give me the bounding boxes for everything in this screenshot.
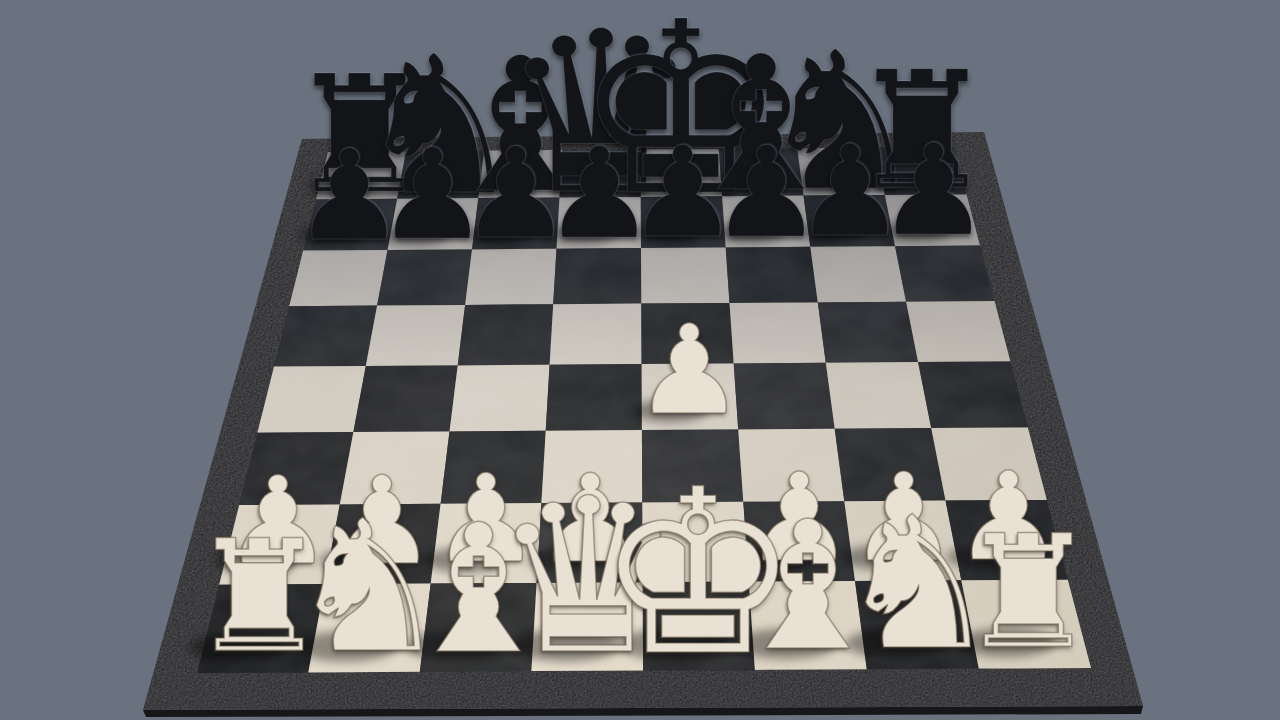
square-b4[interactable] xyxy=(353,365,457,432)
square-c5[interactable] xyxy=(458,304,554,365)
square-d5[interactable] xyxy=(550,304,642,365)
chess-scene: ♜♞♝♛♚♝♞♜♟♟♟♟♟♟♟♟♟♟♟♟♟♟♟♟♜♞♝♛♚♝♞♜ xyxy=(0,0,1280,720)
piece-black-pawn-h7[interactable]: ♟ xyxy=(877,128,990,254)
square-d4[interactable] xyxy=(546,364,642,431)
square-g5[interactable] xyxy=(818,302,918,363)
square-f4[interactable] xyxy=(734,363,835,430)
square-g4[interactable] xyxy=(826,362,931,429)
square-b5[interactable] xyxy=(366,305,465,366)
piece-white-pawn-e4[interactable]: ♟ xyxy=(634,309,745,433)
square-h5[interactable] xyxy=(906,301,1010,362)
piece-white-rook-h1[interactable]: ♜ xyxy=(958,515,1097,671)
square-h4[interactable] xyxy=(918,362,1028,429)
square-a5[interactable] xyxy=(274,306,377,367)
square-c4[interactable] xyxy=(450,365,550,432)
square-a4[interactable] xyxy=(257,366,365,433)
